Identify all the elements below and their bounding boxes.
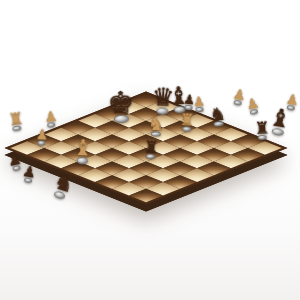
board-extrusion — [0, 0, 300, 300]
chess-board — [5, 91, 288, 204]
product-photo-scene: ♜♟♟♚♛♝♟♟♞♜♝♞♜♜♟♟♟♝♟♟♞ — [0, 0, 300, 300]
